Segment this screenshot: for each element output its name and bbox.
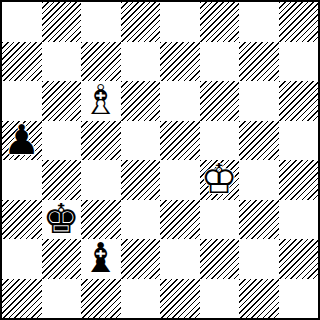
square-h3[interactable] [279, 200, 319, 240]
piece-white-king[interactable]: ♚♔ [200, 160, 240, 200]
square-b4[interactable] [42, 160, 82, 200]
square-b5[interactable] [42, 121, 82, 161]
square-e8[interactable] [160, 2, 200, 42]
piece-white-bishop[interactable]: ♝♗ [81, 81, 121, 121]
square-b3[interactable]: ♚ [42, 200, 82, 240]
square-f8[interactable] [200, 2, 240, 42]
square-c3[interactable] [81, 200, 121, 240]
square-c7[interactable] [81, 42, 121, 82]
piece-black-king[interactable]: ♚ [42, 200, 82, 240]
square-g7[interactable] [239, 42, 279, 82]
square-a3[interactable] [2, 200, 42, 240]
square-b1[interactable] [42, 279, 82, 319]
square-b8[interactable] [42, 2, 82, 42]
square-a6[interactable] [2, 81, 42, 121]
square-g6[interactable] [239, 81, 279, 121]
black-bishop-glyph: ♝ [81, 239, 121, 279]
white-bishop-glyph: ♗ [81, 81, 121, 121]
square-a4[interactable] [2, 160, 42, 200]
square-g5[interactable] [239, 121, 279, 161]
square-e6[interactable] [160, 81, 200, 121]
piece-black-bishop[interactable]: ♝ [81, 239, 121, 279]
square-d4[interactable] [121, 160, 161, 200]
square-d5[interactable] [121, 121, 161, 161]
square-a7[interactable] [2, 42, 42, 82]
square-d8[interactable] [121, 2, 161, 42]
square-h1[interactable] [279, 279, 319, 319]
square-e5[interactable] [160, 121, 200, 161]
square-f2[interactable] [200, 239, 240, 279]
square-c4[interactable] [81, 160, 121, 200]
square-g8[interactable] [239, 2, 279, 42]
square-d6[interactable] [121, 81, 161, 121]
square-c8[interactable] [81, 2, 121, 42]
square-f4[interactable]: ♚♔ [200, 160, 240, 200]
square-e3[interactable] [160, 200, 200, 240]
square-h6[interactable] [279, 81, 319, 121]
chess-board: ♝♗♟♚♔♚♝ [0, 0, 320, 320]
square-e1[interactable] [160, 279, 200, 319]
square-c6[interactable]: ♝♗ [81, 81, 121, 121]
square-d7[interactable] [121, 42, 161, 82]
square-a1[interactable] [2, 279, 42, 319]
square-e2[interactable] [160, 239, 200, 279]
black-pawn-glyph: ♟ [2, 121, 42, 161]
square-d2[interactable] [121, 239, 161, 279]
square-c2[interactable]: ♝ [81, 239, 121, 279]
square-g3[interactable] [239, 200, 279, 240]
square-b2[interactable] [42, 239, 82, 279]
square-h7[interactable] [279, 42, 319, 82]
square-g2[interactable] [239, 239, 279, 279]
square-f5[interactable] [200, 121, 240, 161]
square-g4[interactable] [239, 160, 279, 200]
square-h4[interactable] [279, 160, 319, 200]
square-g1[interactable] [239, 279, 279, 319]
square-a5[interactable]: ♟ [2, 121, 42, 161]
square-c5[interactable] [81, 121, 121, 161]
square-e4[interactable] [160, 160, 200, 200]
square-d3[interactable] [121, 200, 161, 240]
square-a2[interactable] [2, 239, 42, 279]
piece-black-pawn[interactable]: ♟ [2, 121, 42, 161]
square-h5[interactable] [279, 121, 319, 161]
square-f6[interactable] [200, 81, 240, 121]
square-b7[interactable] [42, 42, 82, 82]
square-f7[interactable] [200, 42, 240, 82]
square-h2[interactable] [279, 239, 319, 279]
square-f3[interactable] [200, 200, 240, 240]
square-f1[interactable] [200, 279, 240, 319]
square-e7[interactable] [160, 42, 200, 82]
white-king-glyph: ♔ [200, 160, 240, 200]
square-h8[interactable] [279, 2, 319, 42]
square-a8[interactable] [2, 2, 42, 42]
square-d1[interactable] [121, 279, 161, 319]
black-king-glyph: ♚ [42, 200, 82, 240]
square-c1[interactable] [81, 279, 121, 319]
square-b6[interactable] [42, 81, 82, 121]
